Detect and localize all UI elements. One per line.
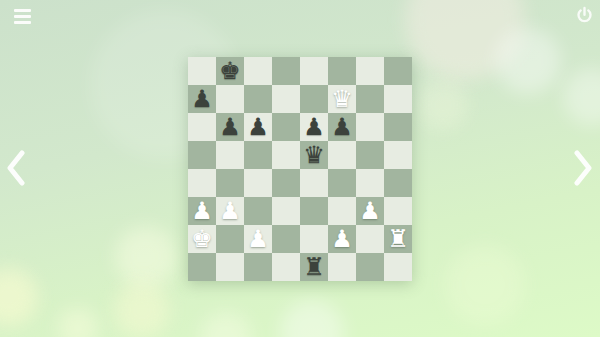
square-h3[interactable] bbox=[384, 197, 412, 225]
square-a4[interactable] bbox=[188, 169, 216, 197]
square-b1[interactable] bbox=[216, 253, 244, 281]
square-f6[interactable]: ♟ bbox=[328, 113, 356, 141]
square-f7[interactable]: ♛ bbox=[328, 85, 356, 113]
square-a7[interactable]: ♟ bbox=[188, 85, 216, 113]
square-e7[interactable] bbox=[300, 85, 328, 113]
square-g8[interactable] bbox=[356, 57, 384, 85]
square-d3[interactable] bbox=[272, 197, 300, 225]
piece-white-king-a2[interactable]: ♚ bbox=[188, 225, 216, 253]
square-d2[interactable] bbox=[272, 225, 300, 253]
bokeh-circle bbox=[115, 226, 177, 288]
square-f4[interactable] bbox=[328, 169, 356, 197]
power-button[interactable] bbox=[575, 6, 594, 25]
hamburger-icon bbox=[14, 9, 31, 12]
square-h6[interactable] bbox=[384, 113, 412, 141]
square-f2[interactable]: ♟ bbox=[328, 225, 356, 253]
square-g7[interactable] bbox=[356, 85, 384, 113]
square-d1[interactable] bbox=[272, 253, 300, 281]
next-puzzle-button[interactable] bbox=[572, 149, 594, 187]
bokeh-circle bbox=[495, 28, 561, 94]
piece-black-rook-e1[interactable]: ♜ bbox=[300, 253, 328, 281]
square-g1[interactable] bbox=[356, 253, 384, 281]
square-b5[interactable] bbox=[216, 141, 244, 169]
bokeh-circle bbox=[58, 308, 98, 337]
square-a8[interactable] bbox=[188, 57, 216, 85]
piece-white-pawn-g3[interactable]: ♟ bbox=[356, 197, 384, 225]
square-h1[interactable] bbox=[384, 253, 412, 281]
square-c5[interactable] bbox=[244, 141, 272, 169]
square-g3[interactable]: ♟ bbox=[356, 197, 384, 225]
piece-white-pawn-b3[interactable]: ♟ bbox=[216, 197, 244, 225]
square-f8[interactable] bbox=[328, 57, 356, 85]
piece-white-pawn-a3[interactable]: ♟ bbox=[188, 197, 216, 225]
square-b7[interactable] bbox=[216, 85, 244, 113]
square-e5[interactable]: ♛ bbox=[300, 141, 328, 169]
bokeh-circle bbox=[280, 300, 344, 337]
square-e3[interactable] bbox=[300, 197, 328, 225]
piece-black-pawn-c6[interactable]: ♟ bbox=[244, 113, 272, 141]
chess-board: ♚♟♛♟♟♟♟♛♟♟♟♚♟♟♜♜ bbox=[188, 57, 412, 281]
square-e2[interactable] bbox=[300, 225, 328, 253]
square-c8[interactable] bbox=[244, 57, 272, 85]
square-b4[interactable] bbox=[216, 169, 244, 197]
square-f1[interactable] bbox=[328, 253, 356, 281]
piece-black-pawn-a7[interactable]: ♟ bbox=[188, 85, 216, 113]
piece-black-king-b8[interactable]: ♚ bbox=[216, 57, 244, 85]
piece-white-queen-f7[interactable]: ♛ bbox=[328, 85, 356, 113]
square-g6[interactable] bbox=[356, 113, 384, 141]
square-b3[interactable]: ♟ bbox=[216, 197, 244, 225]
square-c2[interactable]: ♟ bbox=[244, 225, 272, 253]
bokeh-circle bbox=[114, 282, 170, 337]
bokeh-circle bbox=[418, 80, 468, 130]
bokeh-circle bbox=[563, 68, 600, 126]
piece-white-pawn-f2[interactable]: ♟ bbox=[328, 225, 356, 253]
square-c3[interactable] bbox=[244, 197, 272, 225]
square-g4[interactable] bbox=[356, 169, 384, 197]
piece-black-pawn-f6[interactable]: ♟ bbox=[328, 113, 356, 141]
square-a2[interactable]: ♚ bbox=[188, 225, 216, 253]
piece-white-rook-h2[interactable]: ♜ bbox=[384, 225, 412, 253]
square-e8[interactable] bbox=[300, 57, 328, 85]
square-b6[interactable]: ♟ bbox=[216, 113, 244, 141]
square-a5[interactable] bbox=[188, 141, 216, 169]
square-a1[interactable] bbox=[188, 253, 216, 281]
square-h5[interactable] bbox=[384, 141, 412, 169]
square-c6[interactable]: ♟ bbox=[244, 113, 272, 141]
square-f5[interactable] bbox=[328, 141, 356, 169]
square-d7[interactable] bbox=[272, 85, 300, 113]
power-icon bbox=[575, 6, 594, 25]
bokeh-circle bbox=[0, 268, 38, 326]
square-h8[interactable] bbox=[384, 57, 412, 85]
square-c4[interactable] bbox=[244, 169, 272, 197]
square-e1[interactable]: ♜ bbox=[300, 253, 328, 281]
square-h7[interactable] bbox=[384, 85, 412, 113]
piece-black-pawn-e6[interactable]: ♟ bbox=[300, 113, 328, 141]
square-d4[interactable] bbox=[272, 169, 300, 197]
square-d6[interactable] bbox=[272, 113, 300, 141]
square-a6[interactable] bbox=[188, 113, 216, 141]
square-b2[interactable] bbox=[216, 225, 244, 253]
square-e6[interactable]: ♟ bbox=[300, 113, 328, 141]
square-f3[interactable] bbox=[328, 197, 356, 225]
square-g2[interactable] bbox=[356, 225, 384, 253]
piece-black-queen-e5[interactable]: ♛ bbox=[300, 141, 328, 169]
piece-white-pawn-c2[interactable]: ♟ bbox=[244, 225, 272, 253]
prev-puzzle-button[interactable] bbox=[5, 149, 27, 187]
square-h4[interactable] bbox=[384, 169, 412, 197]
piece-black-pawn-b6[interactable]: ♟ bbox=[216, 113, 244, 141]
chevron-right-icon bbox=[572, 149, 594, 187]
square-c7[interactable] bbox=[244, 85, 272, 113]
square-c1[interactable] bbox=[244, 253, 272, 281]
square-e4[interactable] bbox=[300, 169, 328, 197]
square-g5[interactable] bbox=[356, 141, 384, 169]
bokeh-circle bbox=[405, 0, 525, 80]
menu-button[interactable] bbox=[14, 9, 31, 24]
square-d5[interactable] bbox=[272, 141, 300, 169]
chevron-left-icon bbox=[5, 149, 27, 187]
bokeh-circle bbox=[445, 245, 525, 325]
square-d8[interactable] bbox=[272, 57, 300, 85]
square-b8[interactable]: ♚ bbox=[216, 57, 244, 85]
bokeh-circle bbox=[200, 312, 252, 337]
square-a3[interactable]: ♟ bbox=[188, 197, 216, 225]
square-h2[interactable]: ♜ bbox=[384, 225, 412, 253]
